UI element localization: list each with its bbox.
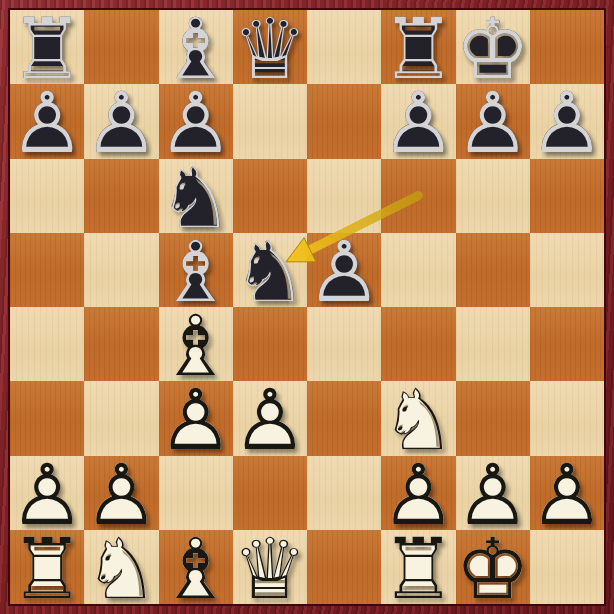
piece-fill-glyph: ♞ xyxy=(381,378,456,462)
black-pawn-g7[interactable]: ♟♙ xyxy=(456,84,530,158)
square-h7[interactable]: ♟♙ xyxy=(530,84,604,158)
white-rook-f1[interactable]: ♜♖ xyxy=(381,530,455,604)
board-frame: ♜♖♝♗♛♕♜♖♚♔♟♙♟♙♟♙♟♙♟♙♟♙♞♘♝♗♞♘♟♙♝♗♟♙♟♙♞♘♟♙… xyxy=(0,0,614,614)
piece-fill-glyph: ♟ xyxy=(9,452,84,536)
square-f1[interactable]: ♜♖ xyxy=(381,530,455,604)
square-g7[interactable]: ♟♙ xyxy=(456,84,530,158)
square-c6[interactable]: ♞♘ xyxy=(159,159,233,233)
piece-fill-glyph: ♛ xyxy=(232,527,307,611)
piece-outline-glyph: ♙ xyxy=(306,230,381,314)
piece-fill-glyph: ♟ xyxy=(455,81,530,165)
piece-fill-glyph: ♜ xyxy=(381,527,456,611)
black-pawn-b7[interactable]: ♟♙ xyxy=(84,84,158,158)
piece-outline-glyph: ♖ xyxy=(381,527,456,611)
square-d1[interactable]: ♛♕ xyxy=(233,530,307,604)
square-f7[interactable]: ♟♙ xyxy=(381,84,455,158)
square-a5[interactable] xyxy=(10,233,84,307)
piece-fill-glyph: ♜ xyxy=(9,7,84,91)
white-rook-a1[interactable]: ♜♖ xyxy=(10,530,84,604)
square-c3[interactable]: ♟♙ xyxy=(159,381,233,455)
piece-outline-glyph: ♔ xyxy=(455,527,530,611)
square-f4[interactable] xyxy=(381,307,455,381)
piece-outline-glyph: ♖ xyxy=(9,7,84,91)
white-pawn-h2[interactable]: ♟♙ xyxy=(530,456,604,530)
piece-outline-glyph: ♙ xyxy=(158,378,233,462)
square-e2[interactable] xyxy=(307,456,381,530)
square-d2[interactable] xyxy=(233,456,307,530)
piece-outline-glyph: ♘ xyxy=(232,230,307,314)
white-queen-d1[interactable]: ♛♕ xyxy=(233,530,307,604)
piece-outline-glyph: ♙ xyxy=(455,452,530,536)
piece-fill-glyph: ♟ xyxy=(455,452,530,536)
square-h1[interactable] xyxy=(530,530,604,604)
black-bishop-c8[interactable]: ♝♗ xyxy=(159,10,233,84)
square-g2[interactable]: ♟♙ xyxy=(456,456,530,530)
piece-fill-glyph: ♝ xyxy=(158,7,233,91)
square-h8[interactable] xyxy=(530,10,604,84)
square-f6[interactable] xyxy=(381,159,455,233)
square-b8[interactable] xyxy=(84,10,158,84)
piece-fill-glyph: ♞ xyxy=(158,155,233,239)
piece-outline-glyph: ♘ xyxy=(158,155,233,239)
square-d7[interactable] xyxy=(233,84,307,158)
piece-fill-glyph: ♞ xyxy=(232,230,307,314)
square-f8[interactable]: ♜♖ xyxy=(381,10,455,84)
piece-outline-glyph: ♖ xyxy=(9,527,84,611)
black-bishop-c5[interactable]: ♝♗ xyxy=(159,233,233,307)
square-h2[interactable]: ♟♙ xyxy=(530,456,604,530)
piece-outline-glyph: ♔ xyxy=(455,7,530,91)
square-g1[interactable]: ♚♔ xyxy=(456,530,530,604)
piece-fill-glyph: ♝ xyxy=(158,230,233,314)
piece-outline-glyph: ♕ xyxy=(232,7,307,91)
piece-fill-glyph: ♟ xyxy=(84,81,159,165)
piece-outline-glyph: ♙ xyxy=(381,452,456,536)
square-c4[interactable]: ♝♗ xyxy=(159,307,233,381)
square-a6[interactable] xyxy=(10,159,84,233)
square-d4[interactable] xyxy=(233,307,307,381)
white-pawn-g2[interactable]: ♟♙ xyxy=(456,456,530,530)
square-b4[interactable] xyxy=(84,307,158,381)
square-a4[interactable] xyxy=(10,307,84,381)
black-pawn-c7[interactable]: ♟♙ xyxy=(159,84,233,158)
white-pawn-a2[interactable]: ♟♙ xyxy=(10,456,84,530)
square-f5[interactable] xyxy=(381,233,455,307)
square-h6[interactable] xyxy=(530,159,604,233)
piece-outline-glyph: ♗ xyxy=(158,527,233,611)
piece-fill-glyph: ♟ xyxy=(306,230,381,314)
square-b1[interactable]: ♞♘ xyxy=(84,530,158,604)
piece-outline-glyph: ♙ xyxy=(232,378,307,462)
black-knight-c6[interactable]: ♞♘ xyxy=(159,159,233,233)
black-pawn-f7[interactable]: ♟♙ xyxy=(381,84,455,158)
piece-fill-glyph: ♜ xyxy=(381,7,456,91)
square-g3[interactable] xyxy=(456,381,530,455)
piece-fill-glyph: ♟ xyxy=(232,378,307,462)
piece-fill-glyph: ♟ xyxy=(9,81,84,165)
square-a1[interactable]: ♜♖ xyxy=(10,530,84,604)
square-g8[interactable]: ♚♔ xyxy=(456,10,530,84)
square-e4[interactable] xyxy=(307,307,381,381)
square-b7[interactable]: ♟♙ xyxy=(84,84,158,158)
square-e8[interactable] xyxy=(307,10,381,84)
square-e6[interactable] xyxy=(307,159,381,233)
square-e1[interactable] xyxy=(307,530,381,604)
piece-fill-glyph: ♟ xyxy=(529,452,604,536)
square-c2[interactable] xyxy=(159,456,233,530)
piece-fill-glyph: ♚ xyxy=(455,7,530,91)
piece-outline-glyph: ♗ xyxy=(158,7,233,91)
square-b6[interactable] xyxy=(84,159,158,233)
square-a2[interactable]: ♟♙ xyxy=(10,456,84,530)
piece-fill-glyph: ♞ xyxy=(84,527,159,611)
white-king-g1[interactable]: ♚♔ xyxy=(456,530,530,604)
piece-outline-glyph: ♙ xyxy=(84,452,159,536)
white-knight-f3[interactable]: ♞♘ xyxy=(381,381,455,455)
square-b3[interactable] xyxy=(84,381,158,455)
square-h3[interactable] xyxy=(530,381,604,455)
square-e3[interactable] xyxy=(307,381,381,455)
square-a7[interactable]: ♟♙ xyxy=(10,84,84,158)
square-g5[interactable] xyxy=(456,233,530,307)
white-knight-b1[interactable]: ♞♘ xyxy=(84,530,158,604)
piece-outline-glyph: ♙ xyxy=(9,452,84,536)
piece-fill-glyph: ♟ xyxy=(158,378,233,462)
square-h4[interactable] xyxy=(530,307,604,381)
square-c1[interactable]: ♝♗ xyxy=(159,530,233,604)
square-d3[interactable]: ♟♙ xyxy=(233,381,307,455)
square-c8[interactable]: ♝♗ xyxy=(159,10,233,84)
piece-fill-glyph: ♟ xyxy=(381,452,456,536)
square-g6[interactable] xyxy=(456,159,530,233)
piece-outline-glyph: ♘ xyxy=(84,527,159,611)
piece-fill-glyph: ♟ xyxy=(529,81,604,165)
black-rook-f8[interactable]: ♜♖ xyxy=(381,10,455,84)
piece-outline-glyph: ♕ xyxy=(232,527,307,611)
piece-fill-glyph: ♟ xyxy=(158,81,233,165)
white-bishop-c4[interactable]: ♝♗ xyxy=(159,307,233,381)
square-f3[interactable]: ♞♘ xyxy=(381,381,455,455)
square-a3[interactable] xyxy=(10,381,84,455)
square-d8[interactable]: ♛♕ xyxy=(233,10,307,84)
square-b2[interactable]: ♟♙ xyxy=(84,456,158,530)
piece-fill-glyph: ♛ xyxy=(232,7,307,91)
black-pawn-h7[interactable]: ♟♙ xyxy=(530,84,604,158)
black-queen-d8[interactable]: ♛♕ xyxy=(233,10,307,84)
piece-outline-glyph: ♙ xyxy=(158,81,233,165)
square-c7[interactable]: ♟♙ xyxy=(159,84,233,158)
piece-outline-glyph: ♗ xyxy=(158,230,233,314)
piece-outline-glyph: ♙ xyxy=(529,81,604,165)
square-e7[interactable] xyxy=(307,84,381,158)
piece-outline-glyph: ♙ xyxy=(84,81,159,165)
square-a8[interactable]: ♜♖ xyxy=(10,10,84,84)
black-king-g8[interactable]: ♚♔ xyxy=(456,10,530,84)
piece-fill-glyph: ♜ xyxy=(9,527,84,611)
black-knight-d5[interactable]: ♞♘ xyxy=(233,233,307,307)
white-pawn-b2[interactable]: ♟♙ xyxy=(84,456,158,530)
black-pawn-e5[interactable]: ♟♙ xyxy=(307,233,381,307)
piece-outline-glyph: ♖ xyxy=(381,7,456,91)
black-pawn-a7[interactable]: ♟♙ xyxy=(10,84,84,158)
white-pawn-c3[interactable]: ♟♙ xyxy=(159,381,233,455)
square-c5[interactable]: ♝♗ xyxy=(159,233,233,307)
square-f2[interactable]: ♟♙ xyxy=(381,456,455,530)
piece-outline-glyph: ♙ xyxy=(529,452,604,536)
black-rook-a8[interactable]: ♜♖ xyxy=(10,10,84,84)
square-h5[interactable] xyxy=(530,233,604,307)
square-e5[interactable]: ♟♙ xyxy=(307,233,381,307)
piece-fill-glyph: ♟ xyxy=(84,452,159,536)
piece-outline-glyph: ♙ xyxy=(381,81,456,165)
piece-fill-glyph: ♝ xyxy=(158,527,233,611)
piece-fill-glyph: ♚ xyxy=(455,527,530,611)
piece-outline-glyph: ♙ xyxy=(455,81,530,165)
piece-outline-glyph: ♙ xyxy=(9,81,84,165)
square-g4[interactable] xyxy=(456,307,530,381)
chess-board: ♜♖♝♗♛♕♜♖♚♔♟♙♟♙♟♙♟♙♟♙♟♙♞♘♝♗♞♘♟♙♝♗♟♙♟♙♞♘♟♙… xyxy=(10,10,604,604)
white-pawn-f2[interactable]: ♟♙ xyxy=(381,456,455,530)
square-b5[interactable] xyxy=(84,233,158,307)
piece-fill-glyph: ♟ xyxy=(381,81,456,165)
piece-outline-glyph: ♗ xyxy=(158,304,233,388)
piece-fill-glyph: ♝ xyxy=(158,304,233,388)
square-d5[interactable]: ♞♘ xyxy=(233,233,307,307)
square-d6[interactable] xyxy=(233,159,307,233)
piece-outline-glyph: ♘ xyxy=(381,378,456,462)
white-pawn-d3[interactable]: ♟♙ xyxy=(233,381,307,455)
white-bishop-c1[interactable]: ♝♗ xyxy=(159,530,233,604)
